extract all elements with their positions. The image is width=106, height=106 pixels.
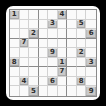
cell-r6c8[interactable] <box>77 58 87 68</box>
cell-r3c2[interactable] <box>20 29 30 39</box>
cell-r5c2[interactable] <box>20 48 30 58</box>
cell-r8c3[interactable] <box>29 77 39 87</box>
cell-r9c3[interactable]: 5 <box>29 86 39 96</box>
cell-r2c9[interactable] <box>86 20 96 30</box>
cell-r8c2[interactable]: 4 <box>20 77 30 87</box>
cell-r9c2[interactable] <box>20 86 30 96</box>
cell-r9c9[interactable]: 9 <box>86 86 96 96</box>
sudoku-board: 143526792813746859 <box>6 6 100 100</box>
cell-r6c4[interactable] <box>39 58 49 68</box>
cell-r2c1[interactable] <box>10 20 20 30</box>
cell-r3c5[interactable] <box>48 29 58 39</box>
cell-r7c1[interactable] <box>10 67 20 77</box>
cell-r7c6[interactable]: 7 <box>58 67 68 77</box>
cell-r2c5[interactable]: 3 <box>48 20 58 30</box>
cell-r1c5[interactable] <box>48 10 58 20</box>
cell-r7c2[interactable] <box>20 67 30 77</box>
cell-r5c9[interactable] <box>86 48 96 58</box>
cell-r2c2[interactable] <box>20 20 30 30</box>
cell-r5c4[interactable] <box>39 48 49 58</box>
cell-r5c7[interactable] <box>67 48 77 58</box>
cell-r4c1[interactable] <box>10 39 20 49</box>
cell-r9c7[interactable] <box>67 86 77 96</box>
cell-r4c7[interactable] <box>67 39 77 49</box>
cell-r9c1[interactable] <box>10 86 20 96</box>
cell-r8c9[interactable] <box>86 77 96 87</box>
cell-r1c2[interactable] <box>20 10 30 20</box>
cell-r7c4[interactable] <box>39 67 49 77</box>
cell-r2c3[interactable] <box>29 20 39 30</box>
cell-r4c5[interactable] <box>48 39 58 49</box>
cell-r3c8[interactable] <box>77 29 87 39</box>
cell-r2c4[interactable] <box>39 20 49 30</box>
cell-r5c8[interactable]: 2 <box>77 48 87 58</box>
cell-r7c5[interactable] <box>48 67 58 77</box>
cell-r1c4[interactable] <box>39 10 49 20</box>
cell-r5c6[interactable] <box>58 48 68 58</box>
cell-r8c1[interactable] <box>10 77 20 87</box>
cell-r7c9[interactable] <box>86 67 96 77</box>
cell-r6c3[interactable] <box>29 58 39 68</box>
cell-r5c1[interactable] <box>10 48 20 58</box>
cell-r4c8[interactable] <box>77 39 87 49</box>
cell-r8c7[interactable] <box>67 77 77 87</box>
cell-r4c3[interactable] <box>29 39 39 49</box>
cell-r1c3[interactable] <box>29 10 39 20</box>
cell-r6c6[interactable]: 1 <box>58 58 68 68</box>
cell-r9c6[interactable] <box>58 86 68 96</box>
cell-r3c6[interactable] <box>58 29 68 39</box>
cell-r7c7[interactable] <box>67 67 77 77</box>
cell-r8c6[interactable] <box>58 77 68 87</box>
cell-r4c6[interactable] <box>58 39 68 49</box>
cell-r2c7[interactable] <box>67 20 77 30</box>
cell-r4c4[interactable] <box>39 39 49 49</box>
cell-r3c9[interactable]: 6 <box>86 29 96 39</box>
cell-r6c1[interactable]: 8 <box>10 58 20 68</box>
cell-r3c7[interactable] <box>67 29 77 39</box>
cell-r8c5[interactable]: 6 <box>48 77 58 87</box>
cell-r7c3[interactable] <box>29 67 39 77</box>
cell-r1c8[interactable] <box>77 10 87 20</box>
cell-r8c4[interactable] <box>39 77 49 87</box>
cell-r8c8[interactable]: 8 <box>77 77 87 87</box>
cell-r1c9[interactable] <box>86 10 96 20</box>
cell-r6c2[interactable] <box>20 58 30 68</box>
cell-r4c9[interactable] <box>86 39 96 49</box>
cell-r2c8[interactable]: 5 <box>77 20 87 30</box>
cell-r6c5[interactable] <box>48 58 58 68</box>
cell-r9c4[interactable] <box>39 86 49 96</box>
cell-r7c8[interactable] <box>77 67 87 77</box>
cell-r5c5[interactable]: 9 <box>48 48 58 58</box>
cell-r1c6[interactable]: 4 <box>58 10 68 20</box>
cell-r1c7[interactable] <box>67 10 77 20</box>
cell-r9c8[interactable] <box>77 86 87 96</box>
cell-r6c7[interactable] <box>67 58 77 68</box>
cell-r1c1[interactable]: 1 <box>10 10 20 20</box>
cell-r3c4[interactable] <box>39 29 49 39</box>
cell-r6c9[interactable]: 3 <box>86 58 96 68</box>
cell-r3c1[interactable] <box>10 29 20 39</box>
cell-r5c3[interactable] <box>29 48 39 58</box>
cell-r4c2[interactable]: 7 <box>20 39 30 49</box>
cell-r2c6[interactable] <box>58 20 68 30</box>
cell-r9c5[interactable] <box>48 86 58 96</box>
cell-r3c3[interactable]: 2 <box>29 29 39 39</box>
sudoku-grid: 143526792813746859 <box>9 9 97 97</box>
